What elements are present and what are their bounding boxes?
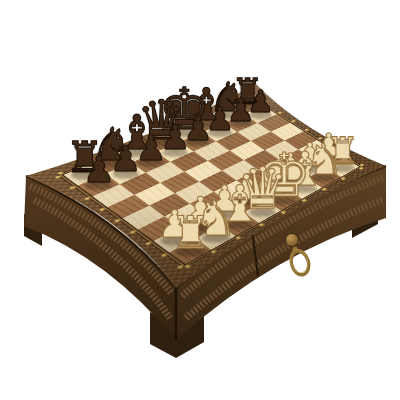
brass-stud [54,175,62,179]
brass-stud [114,219,122,223]
brass-stud [84,197,92,201]
brass-stud [69,186,77,190]
chess-set-photo: ♜♞♟♟♝♟♚♟♛♟♝♟♟♞♜♟♟♜♞♟♟♝♟♚♟♛♟♝♟♞♟♜ [0,0,400,400]
brass-stud [210,250,217,255]
brass-stud [304,128,310,131]
piece-black-pawn-a7[interactable]: ♟ [83,152,116,189]
brass-stud [99,207,107,211]
brass-stud [161,253,169,258]
brass-stud [291,120,297,123]
brass-stud [145,241,153,246]
brass-stud [177,265,185,270]
brass-stud [277,111,283,114]
piece-white-rook-a1[interactable]: ♜ [170,211,210,256]
brass-stud [359,163,365,166]
brass-stud [184,264,192,269]
brass-stud [129,230,137,235]
